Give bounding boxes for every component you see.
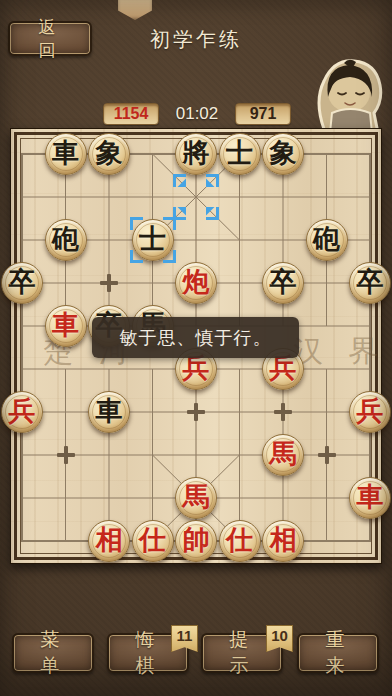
point-marker [100, 274, 118, 292]
piece-glyph: 馬 [270, 441, 297, 468]
piece-glyph: 帥 [183, 527, 210, 554]
point-marker [57, 446, 75, 464]
red-piece[interactable]: 兵 [1, 391, 43, 433]
black-piece[interactable]: 士 [132, 219, 174, 261]
piece-glyph: 兵 [270, 355, 297, 382]
piece-glyph: 卒 [9, 269, 36, 296]
proverb-toast: 敏于思、慎于行。 [92, 317, 299, 358]
black-piece[interactable]: 士 [219, 133, 261, 175]
red-piece[interactable]: 仕 [219, 520, 261, 562]
piece-glyph: 砲 [52, 226, 79, 253]
child-painting-decoration [302, 55, 392, 133]
restart-button[interactable]: 重 来 [297, 633, 379, 673]
piece-glyph: 炮 [183, 269, 210, 296]
top-drawer-tab[interactable] [118, 0, 152, 20]
red-piece[interactable]: 兵 [349, 391, 391, 433]
piece-glyph: 士 [139, 226, 166, 253]
piece-glyph: 象 [96, 140, 123, 167]
piece-glyph: 相 [96, 527, 123, 554]
app-screen: 返 回 初学乍练 1154 01:02 971 楚 河 汉 界 車象將士象砲士砲… [0, 0, 392, 696]
piece-glyph: 兵 [357, 398, 384, 425]
piece-glyph: 將 [183, 140, 210, 167]
red-piece[interactable]: 車 [349, 477, 391, 519]
red-piece[interactable]: 炮 [175, 262, 217, 304]
red-piece[interactable]: 馬 [175, 477, 217, 519]
black-piece[interactable]: 卒 [349, 262, 391, 304]
piece-glyph: 士 [226, 140, 253, 167]
menu-button[interactable]: 菜 单 [12, 633, 94, 673]
piece-glyph: 車 [52, 312, 79, 339]
black-piece[interactable]: 象 [88, 133, 130, 175]
black-piece[interactable]: 車 [88, 391, 130, 433]
piece-glyph: 兵 [9, 398, 36, 425]
piece-glyph: 車 [357, 484, 384, 511]
black-score: 971 [235, 103, 291, 125]
point-marker [274, 403, 292, 421]
red-piece[interactable]: 相 [88, 520, 130, 562]
black-piece[interactable]: 車 [45, 133, 87, 175]
red-score: 1154 [103, 103, 159, 125]
red-piece[interactable]: 馬 [262, 434, 304, 476]
river-text-right: 汉 界 [293, 331, 388, 372]
game-timer: 01:02 [159, 104, 235, 124]
black-piece[interactable]: 砲 [45, 219, 87, 261]
piece-glyph: 兵 [183, 355, 210, 382]
black-piece[interactable]: 象 [262, 133, 304, 175]
black-piece[interactable]: 將 [175, 133, 217, 175]
red-piece[interactable]: 帥 [175, 520, 217, 562]
black-piece[interactable]: 卒 [262, 262, 304, 304]
piece-glyph: 相 [270, 527, 297, 554]
piece-glyph: 卒 [270, 269, 297, 296]
piece-glyph: 砲 [313, 226, 340, 253]
black-piece[interactable]: 卒 [1, 262, 43, 304]
point-marker [318, 446, 336, 464]
point-marker [187, 403, 205, 421]
piece-glyph: 象 [270, 140, 297, 167]
black-piece[interactable]: 砲 [306, 219, 348, 261]
piece-glyph: 車 [52, 140, 79, 167]
red-piece[interactable]: 相 [262, 520, 304, 562]
piece-glyph: 仕 [139, 527, 166, 554]
page-title: 初学乍练 [0, 26, 392, 53]
piece-glyph: 車 [96, 398, 123, 425]
piece-glyph: 仕 [226, 527, 253, 554]
red-piece[interactable]: 仕 [132, 520, 174, 562]
red-piece[interactable]: 車 [45, 305, 87, 347]
piece-glyph: 卒 [357, 269, 384, 296]
piece-glyph: 馬 [183, 484, 210, 511]
